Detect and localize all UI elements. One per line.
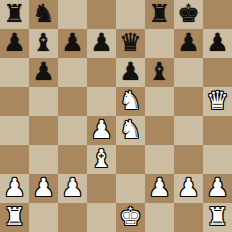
square-a6[interactable] [0,58,29,87]
square-f8[interactable]: ♜ [145,0,174,29]
white-pawn[interactable]: ♟ [32,175,54,200]
square-d6[interactable] [87,58,116,87]
black-rook[interactable]: ♜ [148,1,170,26]
square-d3[interactable]: ♝ [87,145,116,174]
white-king[interactable]: ♚ [119,204,141,229]
white-bishop[interactable]: ♝ [90,146,112,171]
square-e6[interactable]: ♟ [116,58,145,87]
square-c3[interactable] [58,145,87,174]
square-b3[interactable] [29,145,58,174]
square-g1[interactable] [174,203,203,232]
square-c7[interactable]: ♟ [58,29,87,58]
square-a2[interactable]: ♟ [0,174,29,203]
square-d8[interactable] [87,0,116,29]
black-queen[interactable]: ♛ [119,30,141,55]
black-pawn[interactable]: ♟ [3,30,25,55]
chess-board: ♜♞♜♚♟♝♟♟♛♟♟♟♟♝♞♛♟♞♝♟♟♟♟♟♟♜♚♜ [0,0,232,232]
square-h3[interactable] [203,145,232,174]
square-a7[interactable]: ♟ [0,29,29,58]
square-g2[interactable]: ♟ [174,174,203,203]
square-c4[interactable] [58,116,87,145]
square-g4[interactable] [174,116,203,145]
square-c1[interactable] [58,203,87,232]
square-g3[interactable] [174,145,203,174]
square-h2[interactable]: ♟ [203,174,232,203]
white-pawn[interactable]: ♟ [61,175,83,200]
square-b2[interactable]: ♟ [29,174,58,203]
square-d1[interactable] [87,203,116,232]
black-bishop[interactable]: ♝ [32,30,54,55]
square-d2[interactable] [87,174,116,203]
white-queen[interactable]: ♛ [206,88,228,113]
square-d5[interactable] [87,87,116,116]
white-pawn[interactable]: ♟ [177,175,199,200]
square-b6[interactable]: ♟ [29,58,58,87]
square-c6[interactable] [58,58,87,87]
square-e1[interactable]: ♚ [116,203,145,232]
square-b8[interactable]: ♞ [29,0,58,29]
white-pawn[interactable]: ♟ [90,117,112,142]
square-e4[interactable]: ♞ [116,116,145,145]
white-pawn[interactable]: ♟ [148,175,170,200]
square-b5[interactable] [29,87,58,116]
square-h1[interactable]: ♜ [203,203,232,232]
square-e3[interactable] [116,145,145,174]
square-h5[interactable]: ♛ [203,87,232,116]
square-e8[interactable] [116,0,145,29]
square-b7[interactable]: ♝ [29,29,58,58]
square-a3[interactable] [0,145,29,174]
square-f6[interactable]: ♝ [145,58,174,87]
square-h7[interactable]: ♟ [203,29,232,58]
square-c8[interactable] [58,0,87,29]
square-e5[interactable]: ♞ [116,87,145,116]
square-f7[interactable] [145,29,174,58]
black-pawn[interactable]: ♟ [177,30,199,55]
white-pawn[interactable]: ♟ [206,175,228,200]
square-d7[interactable]: ♟ [87,29,116,58]
square-h6[interactable] [203,58,232,87]
square-a4[interactable] [0,116,29,145]
square-h8[interactable] [203,0,232,29]
white-knight[interactable]: ♞ [119,88,141,113]
square-f4[interactable] [145,116,174,145]
square-g8[interactable]: ♚ [174,0,203,29]
black-pawn[interactable]: ♟ [206,30,228,55]
black-pawn[interactable]: ♟ [32,59,54,84]
square-f1[interactable] [145,203,174,232]
square-b1[interactable] [29,203,58,232]
black-pawn[interactable]: ♟ [90,30,112,55]
square-a5[interactable] [0,87,29,116]
square-g7[interactable]: ♟ [174,29,203,58]
black-knight[interactable]: ♞ [32,1,54,26]
black-king[interactable]: ♚ [177,1,199,26]
square-g6[interactable] [174,58,203,87]
black-pawn[interactable]: ♟ [61,30,83,55]
square-g5[interactable] [174,87,203,116]
white-rook[interactable]: ♜ [3,204,25,229]
square-a1[interactable]: ♜ [0,203,29,232]
white-pawn[interactable]: ♟ [3,175,25,200]
white-rook[interactable]: ♜ [206,204,228,229]
square-a8[interactable]: ♜ [0,0,29,29]
square-h4[interactable] [203,116,232,145]
black-pawn[interactable]: ♟ [119,59,141,84]
square-f5[interactable] [145,87,174,116]
square-b4[interactable] [29,116,58,145]
white-knight[interactable]: ♞ [119,117,141,142]
square-e2[interactable] [116,174,145,203]
square-d4[interactable]: ♟ [87,116,116,145]
square-c5[interactable] [58,87,87,116]
black-bishop[interactable]: ♝ [148,59,170,84]
square-f3[interactable] [145,145,174,174]
square-c2[interactable]: ♟ [58,174,87,203]
square-f2[interactable]: ♟ [145,174,174,203]
square-e7[interactable]: ♛ [116,29,145,58]
black-rook[interactable]: ♜ [3,1,25,26]
